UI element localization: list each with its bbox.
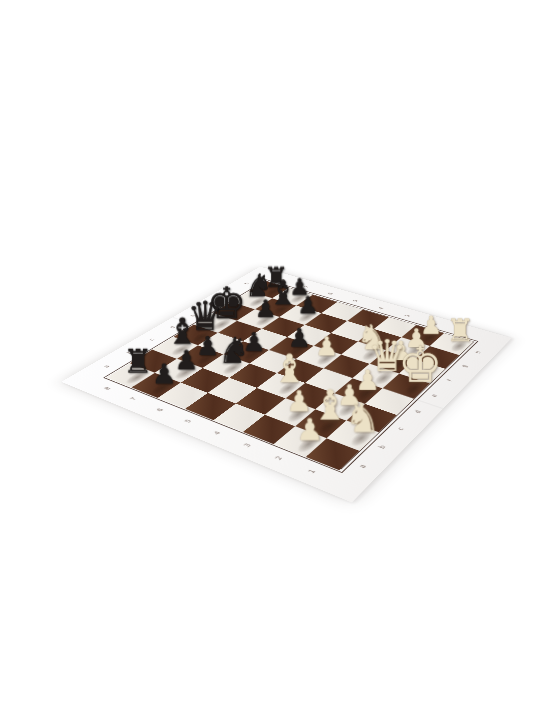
coord-label-a-46x16: a: [103, 365, 111, 369]
coord-label-f-211x16: f: [209, 303, 215, 305]
board-grid: ♜♝♛♚♞♜♟♟♟♟♝♟♞♟♟♟♝♟♟♞♟♝♟♟♛♟♟♟♞♚♜: [106, 281, 473, 470]
coord-label-b-79x308: b: [378, 445, 388, 450]
white-pawn-e4[interactable]: ♟: [310, 333, 343, 359]
coord-label-8-308x46: 8: [280, 279, 287, 282]
white-pawn-icon: ♟: [315, 333, 338, 359]
piece-shadow: [288, 293, 310, 304]
white-pawn-icon: ♟: [296, 414, 323, 444]
square-f6[interactable]: [262, 317, 305, 337]
black-knight-g8[interactable]: ♞: [244, 271, 273, 302]
coord-label-a-46x308: a: [358, 464, 368, 469]
square-h5[interactable]: [322, 302, 363, 321]
square-h7[interactable]: ♟: [272, 288, 312, 306]
white-knight-icon: ♞: [344, 398, 380, 438]
square-g7[interactable]: ♝: [255, 298, 296, 317]
black-pawn-icon: ♟: [289, 276, 310, 299]
coord-label-1-308x277: 1: [459, 330, 467, 333]
piece-shadow: [247, 296, 270, 308]
piece-shadow: [296, 311, 319, 323]
coord-label-f-211x308: f: [446, 379, 454, 382]
black-bishop-g7[interactable]: ♝: [268, 276, 298, 309]
playing-area: ♜♝♛♚♞♜♟♟♟♟♝♟♞♟♟♟♝♟♟♞♟♝♟♟♛♟♟♟♞♚♜: [103, 280, 478, 474]
white-knight-b1[interactable]: ♞: [343, 398, 381, 438]
square-g5[interactable]: [305, 313, 347, 333]
coord-label-h-277x16: h: [244, 282, 251, 285]
piece-shadow: [448, 339, 470, 353]
black-pawn-h7[interactable]: ♟: [285, 276, 314, 299]
square-h4[interactable]: [347, 309, 389, 329]
white-king-icon: ♚: [398, 339, 443, 389]
black-pawn-icon: ♟: [255, 297, 277, 321]
square-h6[interactable]: [297, 295, 338, 313]
black-pawn-a7[interactable]: ♟: [146, 361, 181, 388]
piece-shadow: [253, 314, 277, 326]
piece-shadow: [264, 286, 286, 297]
coord-label-6-16x112: 6: [156, 408, 165, 413]
coord-label-2-308x244: 2: [431, 322, 439, 325]
coord-label-c-112x308: c: [397, 427, 406, 432]
coord-label-4-308x178: 4: [378, 307, 386, 310]
white-king-e1[interactable]: ♚: [398, 339, 433, 389]
coord-label-8-16x46: 8: [103, 386, 112, 390]
coord-label-7-16x79: 7: [129, 397, 138, 401]
coord-label-5-308x145: 5: [352, 299, 359, 302]
coord-label-g-244x308: g: [461, 364, 469, 368]
chessboard-scene: ♜♝♛♚♞♜♟♟♟♟♝♟♞♟♟♟♝♟♟♞♟♝♟♟♛♟♟♟♞♚♜ aa88bb77…: [0, 0, 540, 720]
black-pawn-g6[interactable]: ♟: [293, 293, 323, 317]
vinyl-board-sheet: ♜♝♛♚♞♜♟♟♟♟♝♟♞♟♟♟♝♟♟♞♟♝♟♟♛♟♟♟♞♚♜ aa88bb77…: [61, 267, 512, 503]
white-rook-icon: ♜: [446, 315, 474, 346]
square-g6[interactable]: ♟: [280, 306, 322, 325]
square-f8[interactable]: [213, 302, 255, 321]
coord-label-e-178x16: e: [189, 314, 196, 317]
square-g8[interactable]: ♞: [231, 291, 272, 309]
black-knight-icon: ♞: [218, 333, 250, 369]
square-f7[interactable]: ♟: [237, 309, 280, 329]
black-pawn-icon: ♟: [152, 361, 177, 388]
white-bishop-icon: ♝: [272, 349, 307, 388]
white-bishop-c4[interactable]: ♝: [272, 349, 307, 388]
black-king-e8[interactable]: ♚: [207, 281, 238, 325]
piece-shadow: [271, 303, 294, 315]
coord-label-6-308x112: 6: [327, 292, 334, 295]
black-king-icon: ♚: [207, 281, 246, 325]
white-rook-h1[interactable]: ♜: [444, 315, 476, 346]
black-pawn-icon: ♟: [297, 293, 318, 317]
coord-label-4-16x178: 4: [213, 431, 222, 436]
page: ♜♝♛♚♞♜♟♟♟♟♝♟♞♟♟♟♝♟♟♞♟♝♟♟♛♟♟♟♞♚♜ aa88bb77…: [0, 0, 540, 720]
white-pawn-icon: ♟: [286, 386, 312, 415]
coord-label-d-145x16: d: [169, 326, 177, 329]
coord-label-d-145x308: d: [414, 410, 423, 415]
black-knight-c6[interactable]: ♞: [217, 333, 251, 369]
white-pawn-a2[interactable]: ♟: [290, 414, 328, 444]
coord-label-g-244x16: g: [226, 292, 233, 295]
coord-label-5-16x145: 5: [184, 419, 193, 424]
coord-label-7-308x79: 7: [303, 285, 310, 288]
black-pawn-f7[interactable]: ♟: [250, 297, 281, 321]
black-rook-h8[interactable]: ♜: [261, 264, 290, 292]
black-bishop-icon: ♝: [268, 276, 298, 309]
black-rook-icon: ♜: [263, 264, 288, 292]
coord-label-3-16x211: 3: [243, 443, 253, 448]
coord-label-3-308x211: 3: [404, 314, 412, 317]
square-h8[interactable]: ♜: [249, 281, 289, 298]
coord-label-h-277x308: h: [475, 351, 483, 355]
coord-label-1-16x277: 1: [307, 469, 317, 475]
coord-label-e-178x308: e: [430, 394, 439, 398]
coord-label-2-16x244: 2: [274, 456, 284, 461]
black-knight-icon: ♞: [245, 271, 273, 302]
